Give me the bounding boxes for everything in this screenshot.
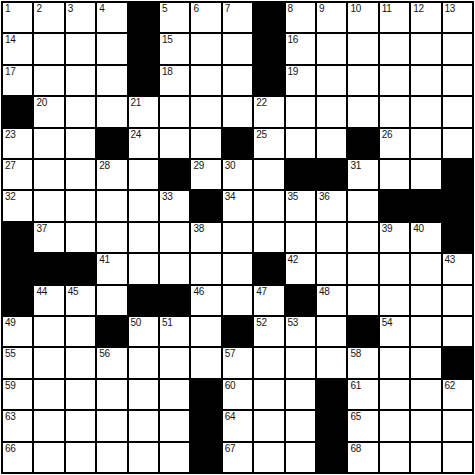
cell-r3c8[interactable]: 22 [254,97,283,126]
clue-number: 54 [382,317,393,328]
crossword-page: 1234567891011121314151617181920212223242… [0,0,475,475]
cell-r1c0[interactable]: 14 [3,34,32,63]
cell-r12c11[interactable]: 61 [348,380,377,409]
cell-r9c6[interactable]: 46 [191,286,220,315]
cell-r6c1[interactable] [34,191,63,220]
cell-r6c10[interactable]: 36 [317,191,346,220]
clue-number: 38 [193,223,204,234]
cell-r10c6[interactable] [191,317,220,346]
cell-r10c8[interactable]: 52 [254,317,283,346]
cell-r14c12[interactable] [380,443,409,472]
clue-number: 16 [288,34,299,45]
block-r6c14 [443,191,472,220]
cell-r12c7[interactable]: 60 [223,380,252,409]
cell-r10c10[interactable] [317,317,346,346]
clue-number: 28 [99,160,110,171]
cell-r2c13[interactable] [411,66,440,95]
clue-number: 17 [5,66,16,77]
cell-r6c4[interactable] [129,191,158,220]
cell-r9c14[interactable] [443,286,472,315]
clue-number: 9 [319,3,324,14]
cell-r4c10[interactable] [317,129,346,158]
cell-r11c10[interactable] [317,348,346,377]
cell-r14c5[interactable] [160,443,189,472]
clue-number: 37 [36,223,47,234]
clue-number: 20 [36,97,47,108]
cell-r0c11[interactable]: 10 [348,3,377,32]
cell-r8c7[interactable] [223,254,252,283]
cell-r13c0[interactable]: 63 [3,411,32,440]
clue-number: 45 [68,286,79,297]
block-r0c8 [254,3,283,32]
cell-r14c8[interactable] [254,443,283,472]
cell-r3c6[interactable] [191,97,220,126]
block-r4c3 [97,129,126,158]
cell-r10c4[interactable]: 50 [129,317,158,346]
cell-r13c3[interactable] [97,411,126,440]
cell-r5c6[interactable]: 29 [191,160,220,189]
cell-r8c13[interactable] [411,254,440,283]
clue-number: 59 [5,380,16,391]
cell-r11c4[interactable] [129,348,158,377]
crossword-board: 1234567891011121314151617181920212223242… [1,1,474,474]
cell-r13c12[interactable] [380,411,409,440]
cell-r1c12[interactable] [380,34,409,63]
clue-number: 8 [288,3,293,14]
cell-r6c8[interactable] [254,191,283,220]
cell-r13c4[interactable] [129,411,158,440]
cell-r2c10[interactable] [317,66,346,95]
cell-r5c1[interactable] [34,160,63,189]
cell-r12c14[interactable]: 62 [443,380,472,409]
cell-r5c13[interactable] [411,160,440,189]
block-r6c13 [411,191,440,220]
clue-number: 30 [225,160,236,171]
cell-r2c11[interactable] [348,66,377,95]
clue-number: 23 [5,129,16,140]
block-r11c14 [443,348,472,377]
cell-r2c7[interactable] [223,66,252,95]
cell-r11c7[interactable]: 57 [223,348,252,377]
cell-r0c13[interactable]: 12 [411,3,440,32]
cell-r10c5[interactable]: 51 [160,317,189,346]
cell-r0c7[interactable]: 7 [223,3,252,32]
clue-number: 24 [131,129,142,140]
cell-r1c10[interactable] [317,34,346,63]
cell-r14c7[interactable]: 67 [223,443,252,472]
clue-number: 66 [5,443,16,454]
cell-r8c11[interactable] [348,254,377,283]
cell-r11c9[interactable] [286,348,315,377]
cell-r6c0[interactable]: 32 [3,191,32,220]
cell-r4c8[interactable]: 25 [254,129,283,158]
clue-number: 21 [131,97,142,108]
cell-r10c13[interactable] [411,317,440,346]
cell-r14c3[interactable] [97,443,126,472]
block-r7c0 [3,223,32,252]
block-r9c5 [160,286,189,315]
cell-r0c14[interactable]: 13 [443,3,472,32]
cell-r7c10[interactable] [317,223,346,252]
clue-number: 58 [350,348,361,359]
block-r5c5 [160,160,189,189]
cell-r14c0[interactable]: 66 [3,443,32,472]
cell-r10c1[interactable] [34,317,63,346]
cell-r7c11[interactable] [348,223,377,252]
cell-r4c9[interactable] [286,129,315,158]
cell-r2c6[interactable] [191,66,220,95]
clue-number: 31 [350,160,361,171]
block-r2c8 [254,66,283,95]
cell-r8c4[interactable] [129,254,158,283]
cell-r0c9[interactable]: 8 [286,3,315,32]
cell-r13c7[interactable]: 64 [223,411,252,440]
cell-r7c3[interactable] [97,223,126,252]
cell-r5c11[interactable]: 31 [348,160,377,189]
clue-number: 51 [162,317,173,328]
cell-r9c7[interactable] [223,286,252,315]
clue-number: 60 [225,380,236,391]
cell-r2c9[interactable]: 19 [286,66,315,95]
cell-r7c7[interactable] [223,223,252,252]
cell-r3c13[interactable] [411,97,440,126]
clue-number: 6 [193,3,198,14]
cell-r14c14[interactable] [443,443,472,472]
cell-r3c7[interactable] [223,97,252,126]
block-r14c10 [317,443,346,472]
cell-r11c8[interactable] [254,348,283,377]
cell-r12c1[interactable] [34,380,63,409]
clue-number: 39 [382,223,393,234]
cell-r5c3[interactable]: 28 [97,160,126,189]
cell-r11c6[interactable] [191,348,220,377]
cell-r3c11[interactable] [348,97,377,126]
cell-r13c2[interactable] [66,411,95,440]
clue-number: 56 [99,348,110,359]
cell-r0c3[interactable]: 4 [97,3,126,32]
cell-r5c2[interactable] [66,160,95,189]
cell-r2c0[interactable]: 17 [3,66,32,95]
cell-r0c2[interactable]: 3 [66,3,95,32]
clue-number: 19 [288,66,299,77]
cell-r8c14[interactable]: 43 [443,254,472,283]
clue-number: 25 [256,129,267,140]
cell-r11c2[interactable] [66,348,95,377]
cell-r14c11[interactable]: 68 [348,443,377,472]
clue-number: 43 [445,254,456,265]
cell-r10c2[interactable] [66,317,95,346]
cell-r2c3[interactable] [97,66,126,95]
clue-number: 47 [256,286,267,297]
block-r13c6 [191,411,220,440]
block-r12c10 [317,380,346,409]
cell-r4c2[interactable] [66,129,95,158]
cell-r11c0[interactable]: 55 [3,348,32,377]
cell-r5c4[interactable] [129,160,158,189]
cell-r9c3[interactable] [97,286,126,315]
clue-number: 36 [319,191,330,202]
cell-r4c5[interactable] [160,129,189,158]
cell-r12c8[interactable] [254,380,283,409]
cell-r12c3[interactable] [97,380,126,409]
cell-r12c9[interactable] [286,380,315,409]
block-r12c6 [191,380,220,409]
cell-r1c3[interactable] [97,34,126,63]
cell-r14c13[interactable] [411,443,440,472]
cell-r6c3[interactable] [97,191,126,220]
clue-number: 42 [288,254,299,265]
clue-number: 32 [5,191,16,202]
cell-r14c9[interactable] [286,443,315,472]
block-r7c14 [443,223,472,252]
clue-number: 11 [382,3,392,14]
cell-r1c11[interactable] [348,34,377,63]
cell-r4c1[interactable] [34,129,63,158]
clue-number: 3 [68,3,73,14]
clue-number: 49 [5,317,16,328]
cell-r14c4[interactable] [129,443,158,472]
block-r8c1 [34,254,63,283]
cell-r9c11[interactable] [348,286,377,315]
clue-number: 29 [193,160,204,171]
block-r8c8 [254,254,283,283]
cell-r12c4[interactable] [129,380,158,409]
clue-number: 12 [413,3,424,14]
block-r13c10 [317,411,346,440]
cell-r8c9[interactable]: 42 [286,254,315,283]
block-r1c4 [129,34,158,63]
cell-r12c13[interactable] [411,380,440,409]
clue-number: 52 [256,317,267,328]
cell-r7c12[interactable]: 39 [380,223,409,252]
cell-r4c6[interactable] [191,129,220,158]
block-r4c11 [348,129,377,158]
clue-number: 67 [225,443,236,454]
cell-r11c12[interactable] [380,348,409,377]
cell-r13c13[interactable] [411,411,440,440]
cell-r11c13[interactable] [411,348,440,377]
clue-number: 14 [5,34,16,45]
clue-number: 64 [225,411,236,422]
cell-r3c5[interactable] [160,97,189,126]
cell-r8c3[interactable]: 41 [97,254,126,283]
cell-r14c2[interactable] [66,443,95,472]
clue-number: 44 [36,286,47,297]
block-r10c7 [223,317,252,346]
cell-r3c3[interactable] [97,97,126,126]
cell-r1c9[interactable]: 16 [286,34,315,63]
cell-r1c7[interactable] [223,34,252,63]
cell-r3c2[interactable] [66,97,95,126]
cell-r4c12[interactable]: 26 [380,129,409,158]
cell-r8c5[interactable] [160,254,189,283]
cell-r1c2[interactable] [66,34,95,63]
cell-r2c12[interactable] [380,66,409,95]
cell-r4c14[interactable] [443,129,472,158]
cell-r7c1[interactable]: 37 [34,223,63,252]
clue-number: 2 [36,3,41,14]
cell-r8c6[interactable] [191,254,220,283]
cell-r1c5[interactable]: 15 [160,34,189,63]
clue-number: 22 [256,97,267,108]
clue-number: 18 [162,66,173,77]
clue-number: 1 [5,3,10,14]
cell-r10c14[interactable] [443,317,472,346]
cell-r10c12[interactable]: 54 [380,317,409,346]
block-r0c4 [129,3,158,32]
cell-r1c14[interactable] [443,34,472,63]
clue-number: 34 [225,191,236,202]
block-r1c8 [254,34,283,63]
cell-r3c9[interactable] [286,97,315,126]
block-r4c7 [223,129,252,158]
clue-number: 5 [162,3,167,14]
cell-r8c10[interactable] [317,254,346,283]
cell-r4c0[interactable]: 23 [3,129,32,158]
cell-r11c5[interactable] [160,348,189,377]
cell-r3c12[interactable] [380,97,409,126]
cell-r13c1[interactable] [34,411,63,440]
block-r5c14 [443,160,472,189]
cell-r7c9[interactable] [286,223,315,252]
cell-r6c5[interactable]: 33 [160,191,189,220]
cell-r7c2[interactable] [66,223,95,252]
cell-r3c14[interactable] [443,97,472,126]
cell-r10c9[interactable]: 53 [286,317,315,346]
cell-r7c13[interactable]: 40 [411,223,440,252]
cell-r0c6[interactable]: 6 [191,3,220,32]
cell-r0c0[interactable]: 1 [3,3,32,32]
block-r6c12 [380,191,409,220]
cell-r6c2[interactable] [66,191,95,220]
cell-r6c9[interactable]: 35 [286,191,315,220]
clue-number: 40 [413,223,424,234]
cell-r8c12[interactable] [380,254,409,283]
cell-r6c11[interactable] [348,191,377,220]
clue-number: 27 [5,160,16,171]
cell-r9c12[interactable] [380,286,409,315]
cell-r0c5[interactable]: 5 [160,3,189,32]
cell-r3c10[interactable] [317,97,346,126]
cell-r3c1[interactable]: 20 [34,97,63,126]
cell-r9c8[interactable]: 47 [254,286,283,315]
clue-number: 4 [99,3,104,14]
cell-r1c1[interactable] [34,34,63,63]
clue-number: 53 [288,317,299,328]
clue-number: 65 [350,411,361,422]
cell-r2c5[interactable]: 18 [160,66,189,95]
cell-r5c12[interactable] [380,160,409,189]
cell-r9c10[interactable]: 48 [317,286,346,315]
cell-r7c4[interactable] [129,223,158,252]
cell-r11c11[interactable]: 58 [348,348,377,377]
cell-r0c10[interactable]: 9 [317,3,346,32]
cell-r2c1[interactable] [34,66,63,95]
clue-number: 35 [288,191,299,202]
cell-r10c0[interactable]: 49 [3,317,32,346]
clue-number: 46 [193,286,204,297]
cell-r4c4[interactable]: 24 [129,129,158,158]
cell-r12c12[interactable] [380,380,409,409]
block-r5c9 [286,160,315,189]
clue-number: 57 [225,348,236,359]
cell-r1c6[interactable] [191,34,220,63]
cell-r2c2[interactable] [66,66,95,95]
cell-r13c5[interactable] [160,411,189,440]
block-r3c0 [3,97,32,126]
block-r8c2 [66,254,95,283]
clue-number: 62 [445,380,456,391]
cell-r11c1[interactable] [34,348,63,377]
cell-r5c0[interactable]: 27 [3,160,32,189]
cell-r12c0[interactable]: 59 [3,380,32,409]
cell-r12c2[interactable] [66,380,95,409]
cell-r11c3[interactable]: 56 [97,348,126,377]
cell-r6c7[interactable]: 34 [223,191,252,220]
block-r9c0 [3,286,32,315]
cell-r7c8[interactable] [254,223,283,252]
clue-number: 61 [350,380,361,391]
clue-number: 7 [225,3,230,14]
block-r8c0 [3,254,32,283]
block-r10c11 [348,317,377,346]
cell-r5c7[interactable]: 30 [223,160,252,189]
clue-number: 15 [162,34,173,45]
block-r10c3 [97,317,126,346]
cell-r12c5[interactable] [160,380,189,409]
clue-number: 10 [350,3,361,14]
cell-r0c12[interactable]: 11 [380,3,409,32]
block-r14c6 [191,443,220,472]
cell-r0c1[interactable]: 2 [34,3,63,32]
cell-r9c1[interactable]: 44 [34,286,63,315]
cell-r7c6[interactable]: 38 [191,223,220,252]
clue-number: 33 [162,191,173,202]
cell-r13c11[interactable]: 65 [348,411,377,440]
clue-number: 41 [99,254,110,265]
cell-r7c5[interactable] [160,223,189,252]
cell-r14c1[interactable] [34,443,63,472]
cell-r4c13[interactable] [411,129,440,158]
clue-number: 26 [382,129,393,140]
cell-r3c4[interactable]: 21 [129,97,158,126]
cell-r1c13[interactable] [411,34,440,63]
cell-r9c13[interactable] [411,286,440,315]
block-r6c6 [191,191,220,220]
clue-number: 55 [5,348,16,359]
block-r9c4 [129,286,158,315]
clue-number: 48 [319,286,330,297]
clue-number: 68 [350,443,361,454]
clue-number: 13 [445,3,456,14]
cell-r13c9[interactable] [286,411,315,440]
cell-r2c14[interactable] [443,66,472,95]
block-r2c4 [129,66,158,95]
cell-r5c8[interactable] [254,160,283,189]
cell-r13c14[interactable] [443,411,472,440]
block-r9c9 [286,286,315,315]
cell-r9c2[interactable]: 45 [66,286,95,315]
clue-number: 63 [5,411,16,422]
clue-number: 50 [131,317,142,328]
block-r5c10 [317,160,346,189]
cell-r13c8[interactable] [254,411,283,440]
